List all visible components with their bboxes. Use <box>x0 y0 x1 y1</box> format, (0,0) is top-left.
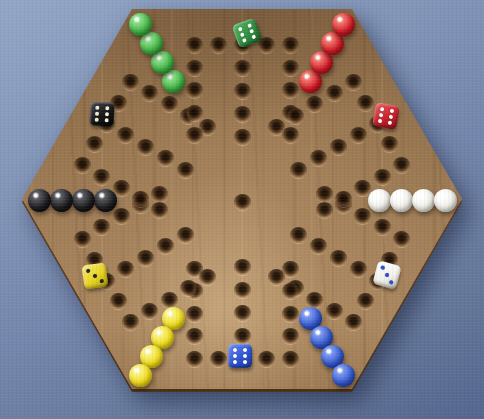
die-pip <box>387 121 392 126</box>
die-pip <box>95 112 99 116</box>
die-red[interactable] <box>372 102 400 130</box>
die-pip <box>380 265 385 270</box>
marble-white[interactable] <box>368 189 391 212</box>
die-pip <box>243 348 247 352</box>
marble-white[interactable] <box>412 189 435 212</box>
die-pip <box>86 269 91 274</box>
die-pip <box>243 354 247 358</box>
die-pip <box>242 38 247 43</box>
die-pip <box>388 114 393 119</box>
marble-yellow[interactable] <box>129 364 152 387</box>
die-pip <box>95 118 99 122</box>
marble-green[interactable] <box>129 13 152 36</box>
die-pip <box>233 348 237 352</box>
die-pip <box>385 273 390 278</box>
die-pip <box>93 274 98 279</box>
die-green[interactable] <box>232 18 263 49</box>
die-pip <box>247 23 252 28</box>
marble-red[interactable] <box>332 13 355 36</box>
table-fabric-background <box>0 0 484 419</box>
marble-white[interactable] <box>434 189 457 212</box>
die-pip <box>240 32 245 37</box>
die-pip <box>233 360 237 364</box>
die-pip <box>251 35 256 40</box>
die-pip <box>249 29 254 34</box>
marble-black[interactable] <box>94 189 117 212</box>
die-pip <box>379 113 384 118</box>
die-pip <box>378 119 383 124</box>
die-pip <box>104 112 108 116</box>
pieces-layer <box>0 0 484 419</box>
die-blue[interactable] <box>228 344 252 368</box>
die-black[interactable] <box>89 101 114 126</box>
die-pip <box>243 360 247 364</box>
die-white[interactable] <box>372 260 401 289</box>
die-yellow[interactable] <box>81 262 108 289</box>
marble-white[interactable] <box>390 189 413 212</box>
die-pip <box>233 354 237 358</box>
die-pip <box>104 118 108 122</box>
die-pip <box>389 280 394 285</box>
marble-blue[interactable] <box>332 364 355 387</box>
die-pip <box>105 106 109 110</box>
die-pip <box>389 108 394 113</box>
die-pip <box>96 105 100 109</box>
marble-black[interactable] <box>28 189 51 212</box>
die-pip <box>99 279 104 284</box>
marble-black[interactable] <box>50 189 73 212</box>
die-pip <box>380 107 385 112</box>
marble-black[interactable] <box>72 189 95 212</box>
die-pip <box>238 26 243 31</box>
